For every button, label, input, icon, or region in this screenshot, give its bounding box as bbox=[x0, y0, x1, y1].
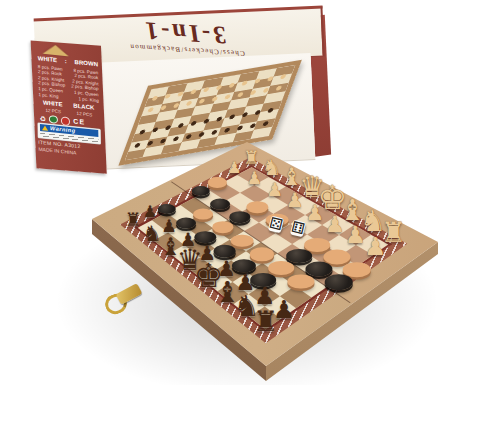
light-pawn-piece: ♟ bbox=[364, 235, 386, 260]
light-pawn-piece: ♟ bbox=[266, 181, 283, 200]
dark-pawn-piece: ♟ bbox=[143, 204, 157, 220]
light-checker bbox=[193, 208, 213, 219]
dark-rook-piece: ♜ bbox=[125, 211, 142, 229]
brass-clasp bbox=[103, 284, 147, 314]
light-checker bbox=[247, 201, 268, 213]
light-pawn-piece: ♟ bbox=[227, 159, 241, 175]
light-pawn-piece: ♟ bbox=[247, 170, 263, 187]
light-checker bbox=[287, 274, 314, 289]
dark-knight-piece: ♞ bbox=[142, 223, 161, 245]
clasp-plate bbox=[116, 283, 143, 305]
dark-pawn-piece: ♟ bbox=[161, 217, 177, 234]
light-checker bbox=[231, 235, 254, 248]
dark-rook-piece: ♜ bbox=[253, 308, 278, 336]
light-checker bbox=[268, 261, 294, 275]
light-rook-piece: ♜ bbox=[243, 148, 260, 166]
light-pawn-piece: ♟ bbox=[325, 213, 345, 235]
black-checker bbox=[229, 211, 250, 223]
light-checker bbox=[304, 238, 330, 252]
black-checker bbox=[305, 262, 332, 277]
product-photo: { "game": "3-in-1 wooden folding board g… bbox=[0, 0, 500, 438]
light-pawn-piece: ♟ bbox=[344, 224, 365, 248]
light-pawn-piece: ♟ bbox=[305, 203, 324, 224]
black-checker bbox=[195, 231, 216, 243]
black-checker bbox=[210, 199, 230, 210]
light-knight-piece: ♞ bbox=[262, 157, 281, 179]
black-checker bbox=[176, 218, 196, 229]
open-game-board-scene: ♜♟♟♜♞♟♟♞♝♟♟♝♛♟♟♛♚♟♟♚♝♟♟♝♞♟♟♞♜♟♟♜⚄⚅ bbox=[0, 0, 500, 438]
black-checker bbox=[286, 249, 312, 263]
black-checker bbox=[324, 275, 353, 291]
light-checker bbox=[212, 221, 233, 233]
light-checker bbox=[323, 250, 350, 265]
light-pawn-piece: ♟ bbox=[286, 192, 304, 212]
